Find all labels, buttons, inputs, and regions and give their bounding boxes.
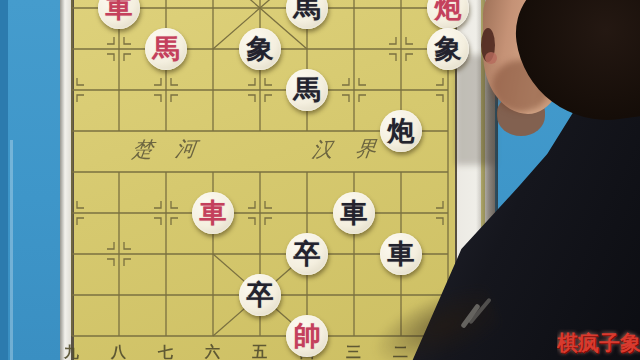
background-door-line	[10, 140, 13, 360]
piece-glyph: 卒	[286, 233, 328, 275]
piece-red-chariot[interactable]: 車	[96, 0, 143, 29]
piece-red-horse[interactable]: 馬	[143, 29, 190, 70]
piece-glyph: 車	[98, 0, 140, 29]
piece-glyph: 馬	[286, 69, 328, 111]
piece-glyph: 象	[427, 28, 469, 70]
board-grid[interactable]: 車馬炮馬象象馬炮車車卒車卒帥	[49, 0, 472, 357]
piece-black-chariot[interactable]: 車	[378, 234, 425, 275]
piece-red-chariot[interactable]: 車	[190, 193, 237, 234]
piece-glyph: 車	[192, 192, 234, 234]
piece-glyph: 車	[333, 192, 375, 234]
piece-glyph: 車	[380, 233, 422, 275]
piece-red-king[interactable]: 帥	[284, 316, 331, 357]
piece-glyph: 炮	[427, 0, 469, 29]
piece-glyph: 帥	[286, 315, 328, 357]
piece-black-horse[interactable]: 馬	[284, 70, 331, 111]
piece-black-elephant[interactable]: 象	[425, 29, 472, 70]
piece-black-horse[interactable]: 馬	[284, 0, 331, 29]
piece-glyph: 炮	[380, 110, 422, 152]
channel-watermark: 棋疯子象棋	[557, 329, 640, 357]
piece-black-soldier[interactable]: 卒	[284, 234, 331, 275]
piece-glyph: 馬	[145, 28, 187, 70]
piece-glyph: 馬	[286, 0, 328, 29]
video-frame: 楚河 汉界 九八七六五四三二一 車馬炮馬象象馬炮車車卒車卒帥 棋疯子象棋	[0, 0, 640, 360]
background-left-edge	[0, 0, 8, 360]
piece-black-soldier[interactable]: 卒	[237, 275, 284, 316]
piece-glyph: 卒	[239, 274, 281, 316]
piece-black-cannon[interactable]: 炮	[378, 111, 425, 152]
piece-black-elephant[interactable]: 象	[237, 29, 284, 70]
piece-glyph: 象	[239, 28, 281, 70]
presenter-lip	[485, 52, 497, 64]
piece-red-cannon[interactable]: 炮	[425, 0, 472, 29]
piece-black-chariot[interactable]: 車	[331, 193, 378, 234]
